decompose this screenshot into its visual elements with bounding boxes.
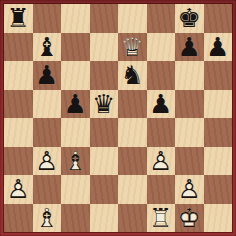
black-pawn-glyph: ♟ [147, 90, 176, 119]
black-queen-glyph: ♛ [90, 90, 119, 119]
square-h7[interactable]: ♟ [204, 33, 233, 62]
square-h5[interactable] [204, 90, 233, 119]
square-e8[interactable] [118, 4, 147, 33]
square-e2[interactable] [118, 175, 147, 204]
piece-black-bishop[interactable]: ♝ [33, 33, 62, 62]
square-b8[interactable] [33, 4, 62, 33]
square-d2[interactable] [90, 175, 119, 204]
square-d6[interactable] [90, 61, 119, 90]
square-e7[interactable]: ♛♕ [118, 33, 147, 62]
square-h8[interactable] [204, 4, 233, 33]
square-e5[interactable] [118, 90, 147, 119]
square-d3[interactable] [90, 147, 119, 176]
white-king-outline: ♔ [175, 204, 204, 233]
piece-white-rook[interactable]: ♜♖ [147, 204, 176, 233]
black-knight-glyph: ♞ [118, 61, 147, 90]
white-pawn-outline: ♙ [4, 175, 33, 204]
piece-white-pawn[interactable]: ♟♙ [147, 147, 176, 176]
square-h1[interactable] [204, 204, 233, 233]
square-h4[interactable] [204, 118, 233, 147]
square-e4[interactable] [118, 118, 147, 147]
square-f6[interactable] [147, 61, 176, 90]
black-bishop-glyph: ♝ [33, 33, 62, 62]
piece-black-rook[interactable]: ♜ [4, 4, 33, 33]
piece-white-bishop[interactable]: ♝♗ [61, 147, 90, 176]
square-f3[interactable]: ♟♙ [147, 147, 176, 176]
square-d5[interactable]: ♛ [90, 90, 119, 119]
square-g8[interactable]: ♚ [175, 4, 204, 33]
square-g5[interactable] [175, 90, 204, 119]
square-e1[interactable] [118, 204, 147, 233]
square-c3[interactable]: ♝♗ [61, 147, 90, 176]
square-a2[interactable]: ♟♙ [4, 175, 33, 204]
square-c8[interactable] [61, 4, 90, 33]
white-rook-outline: ♖ [147, 204, 176, 233]
square-a8[interactable]: ♜ [4, 4, 33, 33]
square-c6[interactable] [61, 61, 90, 90]
square-a1[interactable] [4, 204, 33, 233]
square-g3[interactable] [175, 147, 204, 176]
square-d1[interactable] [90, 204, 119, 233]
square-c4[interactable] [61, 118, 90, 147]
piece-white-bishop[interactable]: ♝♗ [33, 204, 62, 233]
square-f5[interactable]: ♟ [147, 90, 176, 119]
square-h2[interactable] [204, 175, 233, 204]
square-b5[interactable] [33, 90, 62, 119]
square-g7[interactable]: ♟ [175, 33, 204, 62]
black-pawn-glyph: ♟ [204, 33, 233, 62]
piece-black-pawn[interactable]: ♟ [33, 61, 62, 90]
white-bishop-outline: ♗ [33, 204, 62, 233]
piece-white-pawn[interactable]: ♟♙ [33, 147, 62, 176]
square-b4[interactable] [33, 118, 62, 147]
square-a4[interactable] [4, 118, 33, 147]
square-d7[interactable] [90, 33, 119, 62]
piece-white-pawn[interactable]: ♟♙ [175, 175, 204, 204]
square-c1[interactable] [61, 204, 90, 233]
white-queen-outline: ♕ [118, 33, 147, 62]
square-d8[interactable] [90, 4, 119, 33]
square-h3[interactable] [204, 147, 233, 176]
black-pawn-glyph: ♟ [33, 61, 62, 90]
black-pawn-glyph: ♟ [61, 90, 90, 119]
piece-black-king[interactable]: ♚ [175, 4, 204, 33]
square-g2[interactable]: ♟♙ [175, 175, 204, 204]
piece-white-king[interactable]: ♚♔ [175, 204, 204, 233]
square-h6[interactable] [204, 61, 233, 90]
square-c2[interactable] [61, 175, 90, 204]
piece-black-pawn[interactable]: ♟ [175, 33, 204, 62]
square-g1[interactable]: ♚♔ [175, 204, 204, 233]
square-e3[interactable] [118, 147, 147, 176]
piece-black-queen[interactable]: ♛ [90, 90, 119, 119]
square-a3[interactable] [4, 147, 33, 176]
square-b3[interactable]: ♟♙ [33, 147, 62, 176]
square-f4[interactable] [147, 118, 176, 147]
square-f1[interactable]: ♜♖ [147, 204, 176, 233]
white-pawn-outline: ♙ [147, 147, 176, 176]
square-a5[interactable] [4, 90, 33, 119]
white-bishop-outline: ♗ [61, 147, 90, 176]
square-g4[interactable] [175, 118, 204, 147]
square-f8[interactable] [147, 4, 176, 33]
square-a7[interactable] [4, 33, 33, 62]
piece-white-queen[interactable]: ♛♕ [118, 33, 147, 62]
square-d4[interactable] [90, 118, 119, 147]
black-king-glyph: ♚ [175, 4, 204, 33]
square-b2[interactable] [33, 175, 62, 204]
black-pawn-glyph: ♟ [175, 33, 204, 62]
square-f2[interactable] [147, 175, 176, 204]
square-e6[interactable]: ♞ [118, 61, 147, 90]
piece-black-knight[interactable]: ♞ [118, 61, 147, 90]
white-pawn-outline: ♙ [33, 147, 62, 176]
square-c5[interactable]: ♟ [61, 90, 90, 119]
board-frame: ♜♚♝♛♕♟♟♟♞♟♛♟♟♙♝♗♟♙♟♙♟♙♝♗♜♖♚♔ [0, 0, 236, 236]
piece-white-pawn[interactable]: ♟♙ [4, 175, 33, 204]
chess-board: ♜♚♝♛♕♟♟♟♞♟♛♟♟♙♝♗♟♙♟♙♟♙♝♗♜♖♚♔ [4, 4, 232, 232]
square-g6[interactable] [175, 61, 204, 90]
black-rook-glyph: ♜ [4, 4, 33, 33]
white-pawn-outline: ♙ [175, 175, 204, 204]
piece-black-pawn[interactable]: ♟ [147, 90, 176, 119]
square-b7[interactable]: ♝ [33, 33, 62, 62]
square-f7[interactable] [147, 33, 176, 62]
piece-black-pawn[interactable]: ♟ [61, 90, 90, 119]
square-a6[interactable] [4, 61, 33, 90]
square-b6[interactable]: ♟ [33, 61, 62, 90]
square-b1[interactable]: ♝♗ [33, 204, 62, 233]
square-c7[interactable] [61, 33, 90, 62]
piece-black-pawn[interactable]: ♟ [204, 33, 233, 62]
